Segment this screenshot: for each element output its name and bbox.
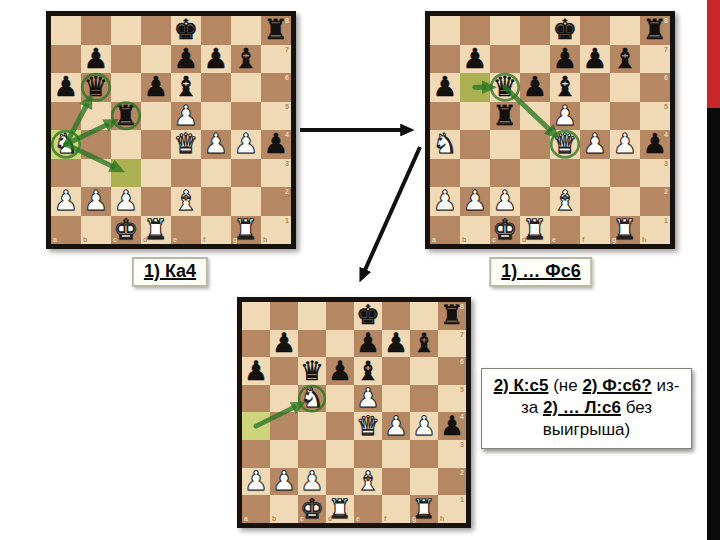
black-queen-c6: ♛: [493, 73, 518, 101]
square-h4: ♟4: [261, 130, 291, 159]
square-d4: [141, 130, 171, 159]
chess-board-1: ♚♜8♟♟♟♝7♟♛♟♝6♜♟5♞♛♟♟♟43♟♟♟♝2ab♚c♜def♜g1h: [46, 11, 296, 249]
square-d1: ♜d: [520, 216, 550, 245]
square-b1: b: [460, 216, 490, 245]
white-pawn-b2: ♟: [272, 468, 296, 495]
square-f7: ♟: [201, 45, 231, 74]
note-box: 2) К:с5 (не 2) Ф:с6? из-за 2) … Л:с6 без…: [481, 368, 692, 449]
square-b7: ♟: [460, 45, 490, 74]
white-queen-e4: ♛: [356, 413, 380, 440]
square-c4: [111, 130, 141, 159]
square-g1: ♜g: [610, 216, 640, 245]
square-b3: [460, 159, 490, 188]
file-label-a: a: [432, 236, 436, 243]
square-b3: [270, 440, 298, 468]
square-b6: [460, 73, 490, 102]
rank-label-8: 8: [460, 303, 464, 310]
white-pawn-g4: ♟: [412, 413, 436, 440]
square-g6: [610, 73, 640, 102]
black-bishop-g7: ♝: [412, 330, 436, 357]
file-label-d: d: [522, 236, 526, 243]
square-d5: [326, 385, 354, 413]
square-e3: [550, 159, 580, 188]
file-label-c: c: [300, 515, 304, 522]
square-h2: 2: [438, 468, 466, 496]
square-h8: ♜8: [640, 16, 670, 45]
square-f6: [580, 73, 610, 102]
black-queen-c6: ♛: [300, 358, 324, 385]
rank-label-1: 1: [460, 496, 464, 503]
square-c7: [490, 45, 520, 74]
square-f5: [382, 385, 410, 413]
rank-label-7: 7: [285, 46, 289, 53]
chess-board-2: ♚♜8♟♟♟♝7♟♛♟♝6♜♟5♞♛♟♟♟43♟♟♟♝2ab♚c♜def♜g1h: [425, 11, 675, 249]
square-e5: ♟: [354, 385, 382, 413]
square-h7: 7: [640, 45, 670, 74]
black-pawn-a6: ♟: [244, 358, 268, 385]
square-g5: [610, 102, 640, 131]
square-d3: [326, 440, 354, 468]
square-b8: [460, 16, 490, 45]
square-d6: ♟: [326, 357, 354, 385]
square-f6: [201, 73, 231, 102]
square-h1: 1h: [640, 216, 670, 245]
square-g3: [410, 440, 438, 468]
square-c5: ♜: [490, 102, 520, 131]
square-b2: ♟: [270, 468, 298, 496]
square-b2: ♟: [81, 187, 111, 216]
square-g4: ♟: [610, 130, 640, 159]
square-a6: ♟: [51, 73, 81, 102]
file-label-h: h: [440, 515, 444, 522]
square-f7: ♟: [382, 330, 410, 358]
square-e2: ♝: [171, 187, 201, 216]
square-h5: 5: [438, 385, 466, 413]
square-d7: [520, 45, 550, 74]
square-g6: [410, 357, 438, 385]
square-e2: ♝: [354, 468, 382, 496]
square-b6: ♛: [81, 73, 111, 102]
square-b5: [81, 102, 111, 131]
square-b5: [460, 102, 490, 131]
square-g1: ♜g: [410, 495, 438, 523]
square-a2: ♟: [51, 187, 81, 216]
square-b4: [270, 412, 298, 440]
black-king-e8: ♚: [174, 16, 199, 44]
black-queen-b6: ♛: [84, 73, 109, 101]
square-f5: [201, 102, 231, 131]
file-label-c: c: [113, 236, 117, 243]
square-e6: ♝: [354, 357, 382, 385]
file-label-g: g: [612, 236, 616, 243]
file-label-f: f: [582, 236, 584, 243]
square-b4: [460, 130, 490, 159]
square-g8: [410, 302, 438, 330]
square-f1: f: [580, 216, 610, 245]
file-label-a: a: [244, 515, 248, 522]
white-pawn-a2: ♟: [244, 468, 268, 495]
square-f8: [382, 302, 410, 330]
file-label-e: e: [173, 236, 177, 243]
square-e3: [171, 159, 201, 188]
white-rook-g1: ♜: [613, 216, 638, 244]
file-label-f: f: [384, 515, 386, 522]
square-b3: [81, 159, 111, 188]
black-bishop-e6: ♝: [356, 358, 380, 385]
white-pawn-f4: ♟: [583, 130, 608, 158]
square-g4: ♟: [410, 412, 438, 440]
flow-arrow-down: [365, 147, 420, 270]
square-g8: [231, 16, 261, 45]
black-king-e8: ♚: [356, 302, 380, 329]
square-d4: [326, 412, 354, 440]
square-a3: [242, 440, 270, 468]
square-c8: [298, 302, 326, 330]
square-d5: [520, 102, 550, 131]
square-a8: [430, 16, 460, 45]
rank-label-6: 6: [664, 74, 668, 81]
square-a5: [242, 385, 270, 413]
white-queen-e4: ♛: [174, 130, 199, 158]
square-e8: ♚: [550, 16, 580, 45]
square-b5: [270, 385, 298, 413]
square-b6: [270, 357, 298, 385]
square-f2: [580, 187, 610, 216]
black-pawn-d6: ♟: [523, 73, 548, 101]
square-f3: [580, 159, 610, 188]
black-bishop-e6: ♝: [174, 73, 199, 101]
rank-label-7: 7: [664, 46, 668, 53]
square-e6: ♝: [171, 73, 201, 102]
square-f4: ♟: [382, 412, 410, 440]
rank-label-7: 7: [460, 331, 464, 338]
white-pawn-e5: ♟: [356, 385, 380, 412]
square-e5: ♟: [171, 102, 201, 131]
square-b8: [270, 302, 298, 330]
white-king-c1: ♚: [114, 216, 139, 244]
square-g7: ♝: [410, 330, 438, 358]
white-pawn-f4: ♟: [204, 130, 229, 158]
square-f3: [382, 440, 410, 468]
board-3-grid: ♚♜8♟♟♟♝7♟♛♟♝6♞♟5♛♟♟♟43♟♟♟♝2ab♚c♜def♜g1h: [242, 302, 466, 523]
white-rook-d1: ♜: [523, 216, 548, 244]
white-rook-d1: ♜: [144, 216, 169, 244]
rank-label-1: 1: [664, 217, 668, 224]
square-a2: ♟: [430, 187, 460, 216]
square-f2: [201, 187, 231, 216]
square-f7: ♟: [580, 45, 610, 74]
black-pawn-d6: ♟: [144, 73, 169, 101]
square-c5: ♞: [298, 385, 326, 413]
white-pawn-f4: ♟: [384, 413, 408, 440]
white-pawn-a2: ♟: [433, 187, 458, 215]
square-h7: 7: [438, 330, 466, 358]
black-bishop-g7: ♝: [234, 45, 259, 73]
square-d1: ♜d: [326, 495, 354, 523]
black-pawn-f7: ♟: [204, 45, 229, 73]
square-c8: [111, 16, 141, 45]
square-d4: [520, 130, 550, 159]
white-knight-c5: ♞: [300, 385, 324, 412]
rank-label-2: 2: [285, 188, 289, 195]
square-e3: [354, 440, 382, 468]
square-c4: [490, 130, 520, 159]
square-g4: ♟: [231, 130, 261, 159]
rank-label-4: 4: [285, 131, 289, 138]
square-d2: [326, 468, 354, 496]
rank-label-6: 6: [285, 74, 289, 81]
square-e7: ♟: [550, 45, 580, 74]
black-pawn-e7: ♟: [174, 45, 199, 73]
rank-label-6: 6: [460, 358, 464, 365]
square-b1: b: [270, 495, 298, 523]
note-move: 2) … Л:с6: [543, 398, 621, 417]
black-pawn-e7: ♟: [356, 330, 380, 357]
rank-label-8: 8: [285, 17, 289, 24]
square-g7: ♝: [231, 45, 261, 74]
black-pawn-a6: ♟: [433, 73, 458, 101]
black-pawn-d6: ♟: [328, 358, 352, 385]
square-d3: [141, 159, 171, 188]
rank-label-4: 4: [664, 131, 668, 138]
square-g2: [610, 187, 640, 216]
square-f1: f: [382, 495, 410, 523]
square-d2: [520, 187, 550, 216]
file-label-b: b: [83, 236, 87, 243]
square-d1: ♜d: [141, 216, 171, 245]
square-d6: ♟: [520, 73, 550, 102]
square-e7: ♟: [354, 330, 382, 358]
square-c7: [111, 45, 141, 74]
white-knight-a4: ♞: [433, 130, 458, 158]
square-a2: ♟: [242, 468, 270, 496]
accent-bar-black: [707, 108, 720, 540]
square-a3: [51, 159, 81, 188]
square-c3: [298, 440, 326, 468]
square-b1: b: [81, 216, 111, 245]
square-h3: 3: [640, 159, 670, 188]
note-text: 2) К:с5 (не 2) Ф:с6? из-за 2) … Л:с6 без…: [494, 376, 680, 439]
square-g5: [231, 102, 261, 131]
square-e4: ♛: [354, 412, 382, 440]
square-c5: ♜: [111, 102, 141, 131]
black-bishop-e6: ♝: [553, 73, 578, 101]
black-pawn-e7: ♟: [553, 45, 578, 73]
file-label-d: d: [143, 236, 147, 243]
square-c3: [490, 159, 520, 188]
white-pawn-e5: ♟: [553, 102, 578, 130]
square-h1: 1h: [261, 216, 291, 245]
caption-board-2: 1) … Фс6: [489, 257, 592, 287]
square-h8: ♜8: [438, 302, 466, 330]
square-a7: [242, 330, 270, 358]
square-c7: [298, 330, 326, 358]
square-g3: [610, 159, 640, 188]
file-label-g: g: [233, 236, 237, 243]
white-pawn-a2: ♟: [54, 187, 79, 215]
white-pawn-c2: ♟: [114, 187, 139, 215]
square-h2: 2: [261, 187, 291, 216]
square-a8: [51, 16, 81, 45]
file-label-a: a: [53, 236, 57, 243]
square-e8: ♚: [171, 16, 201, 45]
square-a3: [430, 159, 460, 188]
caption-board-1: 1) Ка4: [132, 257, 208, 287]
square-g7: ♝: [610, 45, 640, 74]
square-a1: a: [51, 216, 81, 245]
file-label-e: e: [356, 515, 360, 522]
square-f3: [201, 159, 231, 188]
square-f8: [580, 16, 610, 45]
square-c6: [111, 73, 141, 102]
square-f4: ♟: [201, 130, 231, 159]
square-a8: [242, 302, 270, 330]
file-label-d: d: [328, 515, 332, 522]
square-e1: e: [354, 495, 382, 523]
square-g3: [231, 159, 261, 188]
square-c2: ♟: [298, 468, 326, 496]
square-e7: ♟: [171, 45, 201, 74]
square-h3: 3: [261, 159, 291, 188]
square-h6: 6: [640, 73, 670, 102]
square-d8: [520, 16, 550, 45]
square-c2: ♟: [111, 187, 141, 216]
white-pawn-c2: ♟: [493, 187, 518, 215]
rank-label-3: 3: [285, 160, 289, 167]
rank-label-5: 5: [285, 103, 289, 110]
board-2-grid: ♚♜8♟♟♟♝7♟♛♟♝6♜♟5♞♛♟♟♟43♟♟♟♝2ab♚c♜def♜g1h: [430, 16, 670, 244]
file-label-b: b: [272, 515, 276, 522]
square-h1: 1h: [438, 495, 466, 523]
square-a4: ♞: [430, 130, 460, 159]
file-label-b: b: [462, 236, 466, 243]
rank-label-5: 5: [460, 386, 464, 393]
white-knight-a4: ♞: [54, 130, 79, 158]
square-h8: ♜8: [261, 16, 291, 45]
file-label-h: h: [263, 236, 267, 243]
black-pawn-b7: ♟: [84, 45, 109, 73]
rank-label-3: 3: [460, 441, 464, 448]
white-bishop-e2: ♝: [356, 468, 380, 495]
rank-label-3: 3: [664, 160, 668, 167]
black-pawn-b7: ♟: [272, 330, 296, 357]
square-d6: ♟: [141, 73, 171, 102]
square-h6: 6: [261, 73, 291, 102]
square-g2: [410, 468, 438, 496]
square-b2: ♟: [460, 187, 490, 216]
file-label-h: h: [642, 236, 646, 243]
square-b7: ♟: [81, 45, 111, 74]
note-plain: (не: [548, 376, 582, 395]
square-d7: [141, 45, 171, 74]
black-pawn-a6: ♟: [54, 73, 79, 101]
square-b4: [81, 130, 111, 159]
square-h6: 6: [438, 357, 466, 385]
square-h7: 7: [261, 45, 291, 74]
rank-label-5: 5: [664, 103, 668, 110]
square-h5: 5: [640, 102, 670, 131]
square-c1: ♚c: [111, 216, 141, 245]
square-e5: ♟: [550, 102, 580, 131]
square-g2: [231, 187, 261, 216]
rank-label-4: 4: [460, 413, 464, 420]
square-h4: ♟4: [640, 130, 670, 159]
square-b8: [81, 16, 111, 45]
white-pawn-e5: ♟: [174, 102, 199, 130]
square-e4: ♛: [550, 130, 580, 159]
square-a1: a: [430, 216, 460, 245]
black-rook-c5: ♜: [114, 102, 139, 130]
black-pawn-f7: ♟: [583, 45, 608, 73]
square-e2: ♝: [550, 187, 580, 216]
square-a4: [242, 412, 270, 440]
white-pawn-g4: ♟: [613, 130, 638, 158]
accent-bar-red: [707, 0, 720, 108]
square-c6: ♛: [298, 357, 326, 385]
black-rook-c5: ♜: [493, 102, 518, 130]
square-a1: a: [242, 495, 270, 523]
square-a5: [430, 102, 460, 131]
file-label-c: c: [492, 236, 496, 243]
square-d8: [141, 16, 171, 45]
note-move: 2) К:с5: [494, 376, 549, 395]
square-d8: [326, 302, 354, 330]
square-f6: [382, 357, 410, 385]
square-a7: [430, 45, 460, 74]
square-f5: [580, 102, 610, 131]
white-pawn-b2: ♟: [84, 187, 109, 215]
square-e8: ♚: [354, 302, 382, 330]
square-e6: ♝: [550, 73, 580, 102]
square-a4: ♞: [51, 130, 81, 159]
black-pawn-b7: ♟: [463, 45, 488, 73]
square-b7: ♟: [270, 330, 298, 358]
square-g5: [410, 385, 438, 413]
black-pawn-f7: ♟: [384, 330, 408, 357]
square-h2: 2: [640, 187, 670, 216]
square-e1: e: [171, 216, 201, 245]
note-move: 2) Ф:с6?: [582, 376, 651, 395]
rank-label-1: 1: [285, 217, 289, 224]
white-pawn-g4: ♟: [234, 130, 259, 158]
black-bishop-g7: ♝: [613, 45, 638, 73]
square-c4: [298, 412, 326, 440]
square-a6: ♟: [430, 73, 460, 102]
square-h4: ♟4: [438, 412, 466, 440]
square-g6: [231, 73, 261, 102]
square-c1: ♚c: [298, 495, 326, 523]
white-bishop-e2: ♝: [174, 187, 199, 215]
square-d3: [520, 159, 550, 188]
file-label-f: f: [203, 236, 205, 243]
square-f4: ♟: [580, 130, 610, 159]
square-c6: ♛: [490, 73, 520, 102]
square-g1: ♜g: [231, 216, 261, 245]
square-f1: f: [201, 216, 231, 245]
white-pawn-b2: ♟: [463, 187, 488, 215]
black-king-e8: ♚: [553, 16, 578, 44]
rank-label-2: 2: [460, 469, 464, 476]
square-a5: [51, 102, 81, 131]
square-h3: 3: [438, 440, 466, 468]
white-pawn-c2: ♟: [300, 468, 324, 495]
square-e1: e: [550, 216, 580, 245]
square-d2: [141, 187, 171, 216]
white-queen-e4: ♛: [553, 130, 578, 158]
square-c1: ♚c: [490, 216, 520, 245]
white-rook-g1: ♜: [234, 216, 259, 244]
square-g8: [610, 16, 640, 45]
